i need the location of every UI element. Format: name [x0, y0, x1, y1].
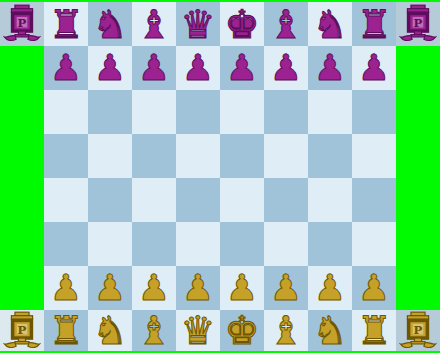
square-r0-c3[interactable]: ♝	[132, 2, 176, 46]
purple-pawn[interactable]: ♟	[314, 50, 346, 86]
off-board-area-r5-c9	[396, 222, 440, 266]
svg-text:P: P	[18, 322, 27, 336]
square-r6-c6[interactable]: ♟	[264, 266, 308, 310]
chess-app: P♜♞♝♛♚♝♞♜P♟♟♟♟♟♟♟♟♟♟♟♟♟♟♟♟P♜♞♝♛♚♝♞♜P	[0, 0, 440, 353]
square-r3-c2[interactable]	[88, 134, 132, 178]
square-r5-c4[interactable]	[176, 222, 220, 266]
square-r4-c3[interactable]	[132, 178, 176, 222]
square-r3-c3[interactable]	[132, 134, 176, 178]
square-r2-c7[interactable]	[308, 90, 352, 134]
gold-queen[interactable]: ♛	[181, 311, 216, 350]
square-r1-c1[interactable]: ♟	[44, 46, 88, 90]
square-r3-c1[interactable]	[44, 134, 88, 178]
gold-rook[interactable]: ♜	[357, 311, 392, 350]
svg-text:P: P	[414, 322, 423, 336]
purple-pawn[interactable]: ♟	[50, 50, 82, 86]
off-board-area-r1-c9	[396, 46, 440, 90]
gold-framed-P-piece[interactable]: P	[3, 311, 41, 351]
square-r5-c3[interactable]	[132, 222, 176, 266]
square-r7-c4[interactable]: ♛	[176, 310, 220, 351]
square-r7-c0[interactable]: P	[0, 310, 44, 351]
square-r4-c2[interactable]	[88, 178, 132, 222]
purple-king[interactable]: ♚	[225, 5, 260, 44]
svg-text:P: P	[18, 16, 27, 30]
purple-framed-P-piece[interactable]: P	[399, 4, 437, 44]
square-r0-c6[interactable]: ♝	[264, 2, 308, 46]
square-r0-c5[interactable]: ♚	[220, 2, 264, 46]
square-r5-c6[interactable]	[264, 222, 308, 266]
square-r4-c7[interactable]	[308, 178, 352, 222]
square-r0-c2[interactable]: ♞	[88, 2, 132, 46]
square-r6-c8[interactable]: ♟	[352, 266, 396, 310]
square-r3-c4[interactable]	[176, 134, 220, 178]
square-r2-c4[interactable]	[176, 90, 220, 134]
off-board-area-r3-c9	[396, 134, 440, 178]
off-board-area-r6-c0	[0, 266, 44, 310]
square-r3-c6[interactable]	[264, 134, 308, 178]
square-r1-c7[interactable]: ♟	[308, 46, 352, 90]
purple-bishop[interactable]: ♝	[137, 5, 172, 44]
square-r1-c8[interactable]: ♟	[352, 46, 396, 90]
purple-pawn[interactable]: ♟	[358, 50, 390, 86]
gold-pawn[interactable]: ♟	[226, 270, 258, 306]
square-r7-c1[interactable]: ♜	[44, 310, 88, 351]
square-r5-c2[interactable]	[88, 222, 132, 266]
square-r4-c8[interactable]	[352, 178, 396, 222]
svg-text:P: P	[414, 16, 423, 30]
square-r2-c8[interactable]	[352, 90, 396, 134]
square-r1-c2[interactable]: ♟	[88, 46, 132, 90]
square-r0-c9[interactable]: P	[396, 2, 440, 46]
purple-pawn[interactable]: ♟	[138, 50, 170, 86]
square-r2-c1[interactable]	[44, 90, 88, 134]
gold-pawn[interactable]: ♟	[50, 270, 82, 306]
square-r6-c7[interactable]: ♟	[308, 266, 352, 310]
purple-queen[interactable]: ♛	[181, 5, 216, 44]
gold-pawn[interactable]: ♟	[270, 270, 302, 306]
square-r6-c4[interactable]: ♟	[176, 266, 220, 310]
purple-pawn[interactable]: ♟	[94, 50, 126, 86]
square-r1-c5[interactable]: ♟	[220, 46, 264, 90]
square-r0-c1[interactable]: ♜	[44, 2, 88, 46]
square-r0-c8[interactable]: ♜	[352, 2, 396, 46]
off-board-area-r1-c0	[0, 46, 44, 90]
purple-pawn[interactable]: ♟	[182, 50, 214, 86]
square-r5-c8[interactable]	[352, 222, 396, 266]
square-r6-c1[interactable]: ♟	[44, 266, 88, 310]
purple-framed-P-piece[interactable]: P	[3, 4, 41, 44]
gold-pawn[interactable]: ♟	[358, 270, 390, 306]
square-r7-c2[interactable]: ♞	[88, 310, 132, 351]
square-r4-c6[interactable]	[264, 178, 308, 222]
gold-rook[interactable]: ♜	[49, 311, 84, 350]
gold-knight[interactable]: ♞	[93, 311, 128, 350]
square-r3-c8[interactable]	[352, 134, 396, 178]
square-r1-c6[interactable]: ♟	[264, 46, 308, 90]
square-r7-c5[interactable]: ♚	[220, 310, 264, 351]
square-r2-c6[interactable]	[264, 90, 308, 134]
gold-bishop[interactable]: ♝	[269, 311, 304, 350]
square-r7-c6[interactable]: ♝	[264, 310, 308, 351]
square-r7-c3[interactable]: ♝	[132, 310, 176, 351]
off-board-area-r2-c9	[396, 90, 440, 134]
off-board-area-r4-c9	[396, 178, 440, 222]
square-r4-c4[interactable]	[176, 178, 220, 222]
purple-bishop[interactable]: ♝	[269, 5, 304, 44]
square-r7-c7[interactable]: ♞	[308, 310, 352, 351]
purple-pawn[interactable]: ♟	[270, 50, 302, 86]
purple-rook[interactable]: ♜	[49, 5, 84, 44]
square-r0-c7[interactable]: ♞	[308, 2, 352, 46]
purple-rook[interactable]: ♜	[357, 5, 392, 44]
square-r7-c8[interactable]: ♜	[352, 310, 396, 351]
square-r6-c2[interactable]: ♟	[88, 266, 132, 310]
off-board-area-r2-c0	[0, 90, 44, 134]
square-r5-c7[interactable]	[308, 222, 352, 266]
square-r2-c5[interactable]	[220, 90, 264, 134]
square-r6-c3[interactable]: ♟	[132, 266, 176, 310]
square-r2-c3[interactable]	[132, 90, 176, 134]
square-r1-c4[interactable]: ♟	[176, 46, 220, 90]
square-r3-c7[interactable]	[308, 134, 352, 178]
square-r6-c5[interactable]: ♟	[220, 266, 264, 310]
off-board-area-r6-c9	[396, 266, 440, 310]
purple-knight[interactable]: ♞	[93, 5, 128, 44]
gold-knight[interactable]: ♞	[313, 311, 348, 350]
purple-pawn[interactable]: ♟	[226, 50, 258, 86]
square-r7-c9[interactable]: P	[396, 310, 440, 351]
square-r5-c1[interactable]	[44, 222, 88, 266]
chess-board: P♜♞♝♛♚♝♞♜P♟♟♟♟♟♟♟♟♟♟♟♟♟♟♟♟P♜♞♝♛♚♝♞♜P	[0, 2, 440, 351]
square-r1-c3[interactable]: ♟	[132, 46, 176, 90]
square-r5-c5[interactable]	[220, 222, 264, 266]
gold-pawn[interactable]: ♟	[314, 270, 346, 306]
square-r3-c5[interactable]	[220, 134, 264, 178]
gold-pawn[interactable]: ♟	[94, 270, 126, 306]
square-r2-c2[interactable]	[88, 90, 132, 134]
square-r0-c0[interactable]: P	[0, 2, 44, 46]
gold-bishop[interactable]: ♝	[137, 311, 172, 350]
square-r4-c1[interactable]	[44, 178, 88, 222]
off-board-area-r4-c0	[0, 178, 44, 222]
purple-knight[interactable]: ♞	[313, 5, 348, 44]
off-board-area-r3-c0	[0, 134, 44, 178]
gold-pawn[interactable]: ♟	[182, 270, 214, 306]
gold-framed-P-piece[interactable]: P	[399, 311, 437, 351]
gold-pawn[interactable]: ♟	[138, 270, 170, 306]
gold-king[interactable]: ♚	[225, 311, 260, 350]
square-r0-c4[interactable]: ♛	[176, 2, 220, 46]
square-r4-c5[interactable]	[220, 178, 264, 222]
off-board-area-r5-c0	[0, 222, 44, 266]
